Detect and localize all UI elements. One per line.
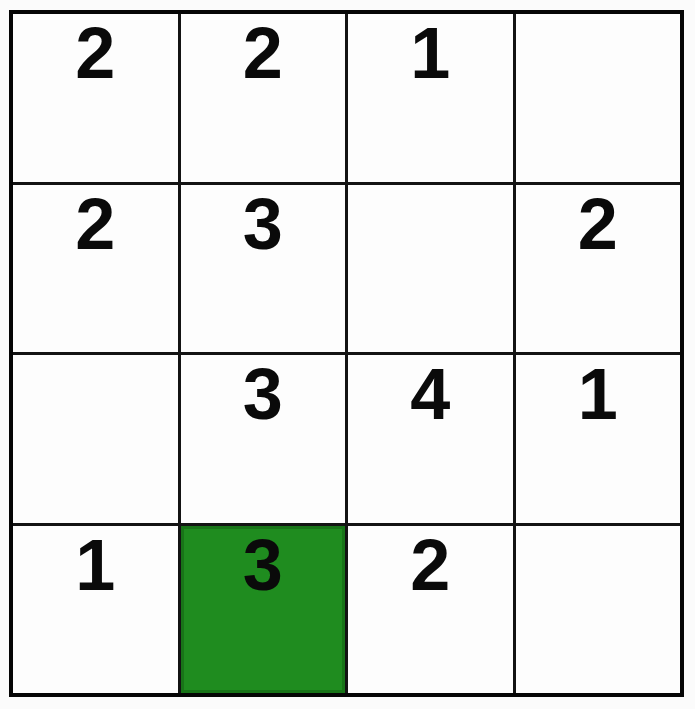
cell-r4c2-highlighted[interactable]: 3 — [181, 526, 346, 694]
cell-r1c3[interactable]: 1 — [348, 14, 513, 182]
cell-number: 1 — [75, 529, 115, 601]
cell-r1c4[interactable] — [516, 14, 681, 182]
cell-number: 1 — [410, 17, 450, 89]
cell-number: 3 — [243, 188, 283, 260]
cell-r3c3[interactable]: 4 — [348, 355, 513, 523]
cell-number: 4 — [410, 358, 450, 430]
cell-r2c2[interactable]: 3 — [181, 185, 346, 353]
cell-number: 3 — [243, 529, 283, 601]
cell-r1c2[interactable]: 2 — [181, 14, 346, 182]
cell-number: 2 — [243, 17, 283, 89]
puzzle-board: 221232341132 — [9, 10, 684, 697]
cell-number: 2 — [75, 188, 115, 260]
cell-r4c4[interactable] — [516, 526, 681, 694]
cell-r2c4[interactable]: 2 — [516, 185, 681, 353]
cell-number: 2 — [578, 188, 618, 260]
cell-r4c3[interactable]: 2 — [348, 526, 513, 694]
cell-r2c1[interactable]: 2 — [13, 185, 178, 353]
cell-r3c4[interactable]: 1 — [516, 355, 681, 523]
cell-r3c2[interactable]: 3 — [181, 355, 346, 523]
cell-number: 3 — [243, 358, 283, 430]
cell-r3c1[interactable] — [13, 355, 178, 523]
cell-number: 2 — [410, 529, 450, 601]
cell-r4c1[interactable]: 1 — [13, 526, 178, 694]
cell-number: 2 — [75, 17, 115, 89]
cell-r2c3[interactable] — [348, 185, 513, 353]
cell-r1c1[interactable]: 2 — [13, 14, 178, 182]
cell-number: 1 — [578, 358, 618, 430]
